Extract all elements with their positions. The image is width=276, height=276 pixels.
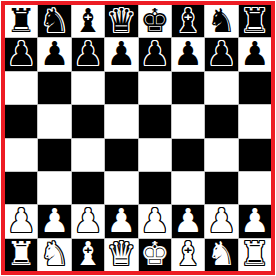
board-frame: ♜♞♝♛♚♝♞♜♟♟♟♟♟♟♟♟♟♟♟♟♟♟♟♟♜♞♝♛♚♝♞♜: [1, 1, 275, 275]
square-a4[interactable]: [5, 139, 37, 171]
square-e7[interactable]: ♟: [139, 38, 171, 70]
black-pawn-f7[interactable]: ♟: [173, 38, 203, 70]
white-bishop-c1[interactable]: ♝: [73, 239, 103, 271]
square-e8[interactable]: ♚: [139, 5, 171, 37]
black-rook-h8[interactable]: ♜: [240, 5, 270, 37]
square-b5[interactable]: [38, 105, 70, 137]
white-queen-d1[interactable]: ♛: [107, 239, 137, 271]
white-rook-a1[interactable]: ♜: [6, 239, 36, 271]
square-c8[interactable]: ♝: [72, 5, 104, 37]
black-bishop-c8[interactable]: ♝: [73, 5, 103, 37]
square-f2[interactable]: ♟: [172, 205, 204, 237]
square-h8[interactable]: ♜: [239, 5, 271, 37]
white-king-e1[interactable]: ♚: [140, 239, 170, 271]
square-e1[interactable]: ♚: [139, 239, 171, 271]
white-pawn-b2[interactable]: ♟: [40, 205, 70, 237]
white-knight-g1[interactable]: ♞: [207, 239, 237, 271]
square-b1[interactable]: ♞: [38, 239, 70, 271]
black-knight-g8[interactable]: ♞: [207, 5, 237, 37]
white-pawn-g2[interactable]: ♟: [207, 205, 237, 237]
square-a5[interactable]: [5, 105, 37, 137]
black-bishop-f8[interactable]: ♝: [173, 5, 203, 37]
black-pawn-e7[interactable]: ♟: [140, 38, 170, 70]
square-a3[interactable]: [5, 172, 37, 204]
square-c2[interactable]: ♟: [72, 205, 104, 237]
square-g5[interactable]: [205, 105, 237, 137]
square-f1[interactable]: ♝: [172, 239, 204, 271]
square-f5[interactable]: [172, 105, 204, 137]
square-h6[interactable]: [239, 72, 271, 104]
square-a1[interactable]: ♜: [5, 239, 37, 271]
black-queen-d8[interactable]: ♛: [107, 5, 137, 37]
square-h2[interactable]: ♟: [239, 205, 271, 237]
square-h5[interactable]: [239, 105, 271, 137]
square-h1[interactable]: ♜: [239, 239, 271, 271]
white-pawn-e2[interactable]: ♟: [140, 205, 170, 237]
square-h4[interactable]: [239, 139, 271, 171]
black-pawn-g7[interactable]: ♟: [207, 38, 237, 70]
white-bishop-f1[interactable]: ♝: [173, 239, 203, 271]
square-c4[interactable]: [72, 139, 104, 171]
black-pawn-a7[interactable]: ♟: [6, 38, 36, 70]
square-e5[interactable]: [139, 105, 171, 137]
square-d3[interactable]: [105, 172, 137, 204]
square-d2[interactable]: ♟: [105, 205, 137, 237]
square-f7[interactable]: ♟: [172, 38, 204, 70]
square-d5[interactable]: [105, 105, 137, 137]
black-king-e8[interactable]: ♚: [140, 5, 170, 37]
square-c3[interactable]: [72, 172, 104, 204]
square-c1[interactable]: ♝: [72, 239, 104, 271]
square-h3[interactable]: [239, 172, 271, 204]
square-g7[interactable]: ♟: [205, 38, 237, 70]
square-b7[interactable]: ♟: [38, 38, 70, 70]
square-d6[interactable]: [105, 72, 137, 104]
square-b4[interactable]: [38, 139, 70, 171]
white-pawn-h2[interactable]: ♟: [240, 205, 270, 237]
white-pawn-c2[interactable]: ♟: [73, 205, 103, 237]
square-b6[interactable]: [38, 72, 70, 104]
square-g4[interactable]: [205, 139, 237, 171]
square-d7[interactable]: ♟: [105, 38, 137, 70]
square-d8[interactable]: ♛: [105, 5, 137, 37]
square-c5[interactable]: [72, 105, 104, 137]
black-pawn-h7[interactable]: ♟: [240, 38, 270, 70]
square-d1[interactable]: ♛: [105, 239, 137, 271]
square-c6[interactable]: [72, 72, 104, 104]
square-g2[interactable]: ♟: [205, 205, 237, 237]
black-pawn-b7[interactable]: ♟: [40, 38, 70, 70]
square-e3[interactable]: [139, 172, 171, 204]
square-g3[interactable]: [205, 172, 237, 204]
square-c7[interactable]: ♟: [72, 38, 104, 70]
square-g6[interactable]: [205, 72, 237, 104]
chess-board: ♜♞♝♛♚♝♞♜♟♟♟♟♟♟♟♟♟♟♟♟♟♟♟♟♜♞♝♛♚♝♞♜: [5, 5, 271, 271]
square-a7[interactable]: ♟: [5, 38, 37, 70]
square-a8[interactable]: ♜: [5, 5, 37, 37]
black-pawn-d7[interactable]: ♟: [107, 38, 137, 70]
square-e4[interactable]: [139, 139, 171, 171]
square-b2[interactable]: ♟: [38, 205, 70, 237]
chessboard-window: ♜♞♝♛♚♝♞♜♟♟♟♟♟♟♟♟♟♟♟♟♟♟♟♟♜♞♝♛♚♝♞♜: [0, 0, 276, 276]
square-f8[interactable]: ♝: [172, 5, 204, 37]
square-f3[interactable]: [172, 172, 204, 204]
square-e2[interactable]: ♟: [139, 205, 171, 237]
black-rook-a8[interactable]: ♜: [6, 5, 36, 37]
square-a6[interactable]: [5, 72, 37, 104]
square-g8[interactable]: ♞: [205, 5, 237, 37]
square-b8[interactable]: ♞: [38, 5, 70, 37]
square-d4[interactable]: [105, 139, 137, 171]
square-e6[interactable]: [139, 72, 171, 104]
black-knight-b8[interactable]: ♞: [40, 5, 70, 37]
square-g1[interactable]: ♞: [205, 239, 237, 271]
black-pawn-c7[interactable]: ♟: [73, 38, 103, 70]
white-rook-h1[interactable]: ♜: [240, 239, 270, 271]
white-pawn-a2[interactable]: ♟: [6, 205, 36, 237]
square-h7[interactable]: ♟: [239, 38, 271, 70]
white-knight-b1[interactable]: ♞: [40, 239, 70, 271]
square-a2[interactable]: ♟: [5, 205, 37, 237]
square-f6[interactable]: [172, 72, 204, 104]
square-f4[interactable]: [172, 139, 204, 171]
white-pawn-f2[interactable]: ♟: [173, 205, 203, 237]
square-b3[interactable]: [38, 172, 70, 204]
white-pawn-d2[interactable]: ♟: [107, 205, 137, 237]
